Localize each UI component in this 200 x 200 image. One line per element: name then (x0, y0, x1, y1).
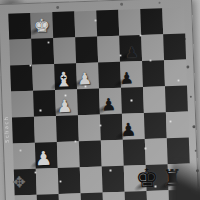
square-b1[interactable] (37, 194, 60, 200)
square-h5[interactable] (165, 85, 188, 112)
piece-white-king-b8[interactable]: ♚ (33, 17, 50, 36)
piece-white-pawn-d6[interactable]: ♟ (77, 71, 92, 87)
square-d3[interactable] (79, 140, 102, 167)
square-h3[interactable] (167, 137, 190, 164)
chess-board: Schach ♚♟♝♟♟♟♟♟♟♚♜✥ (0, 0, 200, 200)
square-a6[interactable] (10, 65, 33, 92)
square-a1[interactable] (15, 195, 38, 200)
photo-scene: Schach ♚♟♝♟♟♟♟♟♟♚♜✥ (0, 0, 200, 200)
square-d1[interactable] (81, 192, 104, 200)
square-b7[interactable] (31, 38, 54, 65)
square-d2[interactable] (80, 166, 103, 193)
square-g5[interactable] (143, 86, 166, 113)
piece-white-pawn-b3[interactable]: ♟ (35, 149, 53, 169)
piece-black-pawn-f6[interactable]: ♟ (119, 71, 134, 87)
square-a7[interactable] (9, 39, 32, 66)
square-e7[interactable] (97, 36, 120, 63)
square-d7[interactable] (75, 37, 98, 64)
piece-black-pawn-f7[interactable]: ♟ (125, 45, 139, 60)
square-c4[interactable] (56, 115, 79, 142)
piece-white-bishop-c6[interactable]: ♝ (54, 69, 73, 90)
square-h7[interactable] (163, 33, 186, 60)
square-f5[interactable] (121, 87, 144, 114)
square-g7[interactable] (141, 34, 164, 61)
square-d4[interactable] (78, 115, 101, 142)
piece-black-pawn-e5[interactable]: ♟ (101, 96, 117, 114)
square-h6[interactable] (164, 59, 187, 86)
square-c8[interactable] (52, 11, 75, 38)
square-g6[interactable] (142, 60, 165, 87)
square-g8[interactable] (140, 8, 163, 35)
square-d5[interactable] (77, 89, 100, 116)
square-c3[interactable] (57, 141, 80, 168)
square-d8[interactable] (74, 11, 97, 38)
square-e1[interactable] (103, 192, 126, 200)
square-f3[interactable] (123, 139, 146, 166)
square-b2[interactable] (36, 168, 59, 195)
square-h8[interactable] (162, 8, 185, 35)
square-g4[interactable] (144, 112, 167, 139)
square-b6[interactable] (32, 64, 55, 91)
square-e8[interactable] (96, 10, 119, 37)
square-a5[interactable] (11, 91, 34, 118)
square-c2[interactable] (58, 167, 81, 194)
square-a4[interactable] (12, 117, 35, 144)
piece-black-pawn-f4[interactable]: ♟ (120, 121, 137, 140)
square-a2[interactable] (14, 169, 37, 196)
square-f8[interactable] (118, 9, 141, 36)
square-a8[interactable] (8, 13, 31, 40)
square-e3[interactable] (101, 140, 124, 167)
square-g3[interactable] (145, 138, 168, 165)
square-b5[interactable] (33, 90, 56, 117)
square-e2[interactable] (102, 166, 125, 193)
square-h4[interactable] (166, 111, 189, 138)
piece-black-king-g2[interactable]: ♚ (135, 165, 159, 192)
square-a3[interactable] (13, 143, 36, 170)
square-e6[interactable] (98, 62, 121, 89)
square-b4[interactable] (34, 116, 57, 143)
square-c7[interactable] (53, 37, 76, 64)
square-c1[interactable] (59, 193, 82, 200)
piece-white-pawn-c5[interactable]: ♟ (57, 98, 73, 116)
table-dark-corner (172, 162, 200, 200)
